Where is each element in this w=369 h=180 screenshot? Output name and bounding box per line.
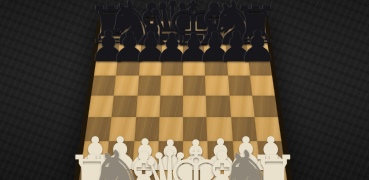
- square-a4[interactable]: [88, 96, 114, 118]
- piece-white-rook-h1[interactable]: ♜: [248, 149, 300, 180]
- square-b4[interactable]: [112, 96, 137, 118]
- square-d4[interactable]: [159, 96, 183, 118]
- square-c5[interactable]: [137, 75, 161, 95]
- square-e5[interactable]: [183, 75, 206, 95]
- square-h4[interactable]: [252, 96, 278, 118]
- square-f4[interactable]: [206, 96, 231, 118]
- piece-black-pawn-h7[interactable]: ♟: [238, 25, 276, 68]
- square-h5[interactable]: [250, 75, 275, 95]
- square-e4[interactable]: [183, 96, 207, 118]
- square-c4[interactable]: [135, 96, 160, 118]
- chess-scene: ♜♞♝♛♚♝♞♜♟♟♟♟♟♟♟♟♟♟♟♟♟♟♟♟♜♞♝♛♚♝♞♜: [0, 0, 369, 180]
- square-g4[interactable]: [229, 96, 254, 118]
- square-g5[interactable]: [228, 75, 252, 95]
- square-d5[interactable]: [160, 75, 183, 95]
- square-f5[interactable]: [205, 75, 229, 95]
- square-a5[interactable]: [91, 75, 116, 95]
- square-b5[interactable]: [114, 75, 138, 95]
